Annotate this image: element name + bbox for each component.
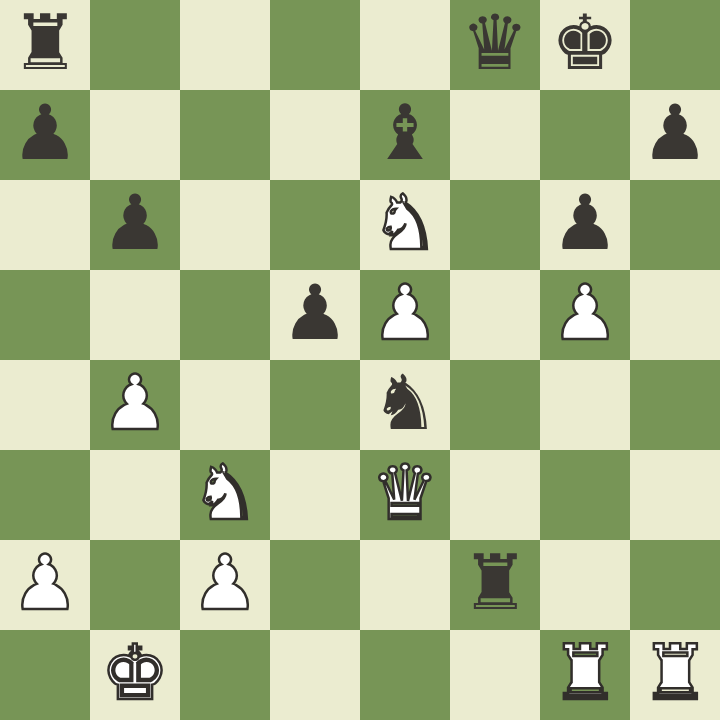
square-e1[interactable] — [360, 630, 450, 720]
square-g1[interactable]: ♜ — [540, 630, 630, 720]
square-e8[interactable] — [360, 0, 450, 90]
black-knight-piece[interactable]: ♞ — [371, 365, 439, 441]
square-c2[interactable]: ♟ — [180, 540, 270, 630]
white-pawn-piece[interactable]: ♟ — [191, 545, 259, 621]
square-d5[interactable]: ♟ — [270, 270, 360, 360]
square-f5[interactable] — [450, 270, 540, 360]
square-d8[interactable] — [270, 0, 360, 90]
square-c5[interactable] — [180, 270, 270, 360]
square-a2[interactable]: ♟ — [0, 540, 90, 630]
square-b7[interactable] — [90, 90, 180, 180]
square-a4[interactable] — [0, 360, 90, 450]
square-a5[interactable] — [0, 270, 90, 360]
black-bishop-piece[interactable]: ♝ — [371, 95, 439, 171]
square-h8[interactable] — [630, 0, 720, 90]
square-a1[interactable] — [0, 630, 90, 720]
square-e4[interactable]: ♞ — [360, 360, 450, 450]
square-d4[interactable] — [270, 360, 360, 450]
square-c3[interactable]: ♞ — [180, 450, 270, 540]
white-knight-piece[interactable]: ♞ — [191, 455, 259, 531]
white-pawn-piece[interactable]: ♟ — [551, 275, 619, 351]
white-knight-piece[interactable]: ♞ — [371, 185, 439, 261]
black-rook-piece[interactable]: ♜ — [461, 545, 529, 621]
square-c7[interactable] — [180, 90, 270, 180]
square-f3[interactable] — [450, 450, 540, 540]
square-c1[interactable] — [180, 630, 270, 720]
square-f6[interactable] — [450, 180, 540, 270]
square-b3[interactable] — [90, 450, 180, 540]
square-d2[interactable] — [270, 540, 360, 630]
black-queen-piece[interactable]: ♛ — [461, 5, 529, 81]
white-pawn-piece[interactable]: ♟ — [101, 365, 169, 441]
black-pawn-piece[interactable]: ♟ — [101, 185, 169, 261]
square-a3[interactable] — [0, 450, 90, 540]
square-h6[interactable] — [630, 180, 720, 270]
square-d3[interactable] — [270, 450, 360, 540]
square-e3[interactable]: ♛ — [360, 450, 450, 540]
square-b4[interactable]: ♟ — [90, 360, 180, 450]
black-pawn-piece[interactable]: ♟ — [551, 185, 619, 261]
white-pawn-piece[interactable]: ♟ — [371, 275, 439, 351]
square-h2[interactable] — [630, 540, 720, 630]
chess-board: ♜♛♚♟♝♟♟♞♟♟♟♟♟♞♞♛♟♟♜♚♜♜ — [0, 0, 720, 720]
square-f4[interactable] — [450, 360, 540, 450]
square-g4[interactable] — [540, 360, 630, 450]
square-b6[interactable]: ♟ — [90, 180, 180, 270]
square-e6[interactable]: ♞ — [360, 180, 450, 270]
square-h7[interactable]: ♟ — [630, 90, 720, 180]
black-king-piece[interactable]: ♚ — [551, 5, 619, 81]
white-king-piece[interactable]: ♚ — [101, 635, 169, 711]
square-h3[interactable] — [630, 450, 720, 540]
square-a6[interactable] — [0, 180, 90, 270]
square-e2[interactable] — [360, 540, 450, 630]
white-rook-piece[interactable]: ♜ — [551, 635, 619, 711]
square-h5[interactable] — [630, 270, 720, 360]
square-a7[interactable]: ♟ — [0, 90, 90, 180]
square-a8[interactable]: ♜ — [0, 0, 90, 90]
black-pawn-piece[interactable]: ♟ — [641, 95, 709, 171]
square-b8[interactable] — [90, 0, 180, 90]
square-d1[interactable] — [270, 630, 360, 720]
square-g5[interactable]: ♟ — [540, 270, 630, 360]
square-d6[interactable] — [270, 180, 360, 270]
white-rook-piece[interactable]: ♜ — [641, 635, 709, 711]
white-queen-piece[interactable]: ♛ — [371, 455, 439, 531]
square-b1[interactable]: ♚ — [90, 630, 180, 720]
square-g2[interactable] — [540, 540, 630, 630]
square-d7[interactable] — [270, 90, 360, 180]
square-g8[interactable]: ♚ — [540, 0, 630, 90]
square-e5[interactable]: ♟ — [360, 270, 450, 360]
square-f2[interactable]: ♜ — [450, 540, 540, 630]
white-pawn-piece[interactable]: ♟ — [11, 545, 79, 621]
square-g6[interactable]: ♟ — [540, 180, 630, 270]
square-f8[interactable]: ♛ — [450, 0, 540, 90]
black-pawn-piece[interactable]: ♟ — [11, 95, 79, 171]
square-b2[interactable] — [90, 540, 180, 630]
square-e7[interactable]: ♝ — [360, 90, 450, 180]
square-f7[interactable] — [450, 90, 540, 180]
square-g7[interactable] — [540, 90, 630, 180]
square-h4[interactable] — [630, 360, 720, 450]
black-rook-piece[interactable]: ♜ — [11, 5, 79, 81]
square-g3[interactable] — [540, 450, 630, 540]
square-c8[interactable] — [180, 0, 270, 90]
square-c6[interactable] — [180, 180, 270, 270]
square-c4[interactable] — [180, 360, 270, 450]
square-h1[interactable]: ♜ — [630, 630, 720, 720]
square-b5[interactable] — [90, 270, 180, 360]
black-pawn-piece[interactable]: ♟ — [281, 275, 349, 351]
square-f1[interactable] — [450, 630, 540, 720]
